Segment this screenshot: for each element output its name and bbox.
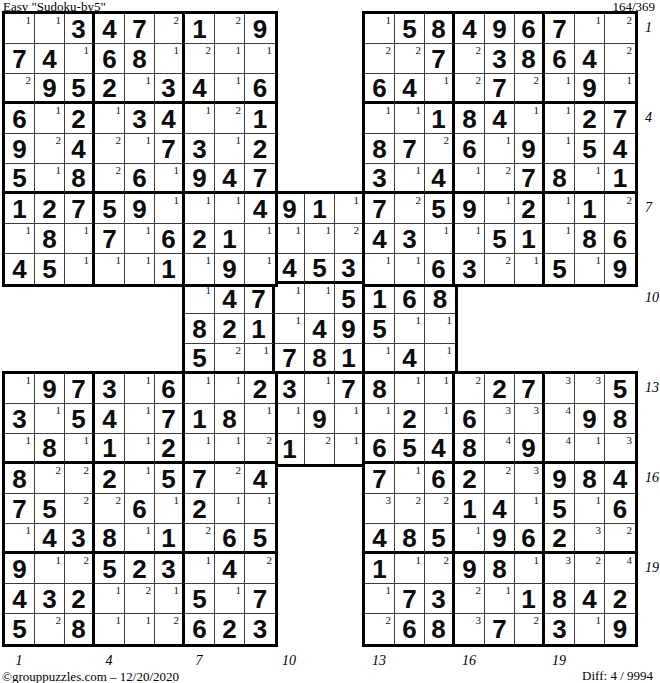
cell-r2c16[interactable]: 2: [455, 44, 485, 74]
cell-r13c20[interactable]: 3: [575, 374, 605, 404]
cell-r10c10[interactable]: 1: [275, 284, 305, 314]
cell-r1c2[interactable]: 1: [35, 14, 65, 44]
cell-r7c11[interactable]: 1: [305, 194, 335, 224]
cell-r14c21[interactable]: 8: [605, 404, 635, 434]
cell-r7c1[interactable]: 1: [5, 194, 35, 224]
cell-r21c1[interactable]: 5: [5, 614, 35, 644]
cell-r5c18[interactable]: 9: [515, 134, 545, 164]
cell-r14c2[interactable]: 1: [35, 404, 65, 434]
cell-r6c13[interactable]: 3: [365, 164, 395, 194]
cell-r13c2[interactable]: 9: [35, 374, 65, 404]
cell-r7c20[interactable]: 1: [575, 194, 605, 224]
cell-r2c21[interactable]: 2: [605, 44, 635, 74]
cell-r5c19[interactable]: 1: [545, 134, 575, 164]
cell-r2c2[interactable]: 4: [35, 44, 65, 74]
cell-r8c20[interactable]: 8: [575, 224, 605, 254]
cell-r12c12[interactable]: 1: [335, 344, 365, 374]
cell-r14c19[interactable]: 4: [545, 404, 575, 434]
cell-r13c4[interactable]: 3: [95, 374, 125, 404]
cell-r19c5[interactable]: 2: [125, 554, 155, 584]
cell-r8c5[interactable]: 1: [125, 224, 155, 254]
cell-r1c21[interactable]: 2: [605, 14, 635, 44]
cell-r17c4[interactable]: 2: [95, 494, 125, 524]
cell-r21c5[interactable]: 1: [125, 614, 155, 644]
cell-r6c7[interactable]: 9: [185, 164, 215, 194]
cell-r9c9[interactable]: 1: [245, 254, 275, 284]
cell-r9c16[interactable]: 3: [455, 254, 485, 284]
cell-r5c14[interactable]: 7: [395, 134, 425, 164]
cell-r20c18[interactable]: 1: [515, 584, 545, 614]
cell-r15c16[interactable]: 8: [455, 434, 485, 464]
cell-r8c13[interactable]: 4: [365, 224, 395, 254]
cell-r12c8[interactable]: 2: [215, 344, 245, 374]
cell-r17c18[interactable]: 1: [515, 494, 545, 524]
cell-r15c19[interactable]: 4: [545, 434, 575, 464]
cell-r15c8[interactable]: 1: [215, 434, 245, 464]
cell-r14c10[interactable]: 1: [275, 404, 305, 434]
cell-r6c19[interactable]: 8: [545, 164, 575, 194]
cell-r7c17[interactable]: 1: [485, 194, 515, 224]
cell-r1c5[interactable]: 7: [125, 14, 155, 44]
cell-r16c5[interactable]: 1: [125, 464, 155, 494]
cell-r16c3[interactable]: 2: [65, 464, 95, 494]
cell-r20c9[interactable]: 7: [245, 584, 275, 614]
cell-r17c14[interactable]: 2: [395, 494, 425, 524]
cell-r12c7[interactable]: 5: [185, 344, 215, 374]
cell-r4c6[interactable]: 4: [155, 104, 185, 134]
cell-r14c5[interactable]: 1: [125, 404, 155, 434]
cell-r7c19[interactable]: 1: [545, 194, 575, 224]
cell-r21c7[interactable]: 6: [185, 614, 215, 644]
cell-r2c14[interactable]: 2: [395, 44, 425, 74]
cell-r13c13[interactable]: 8: [365, 374, 395, 404]
cell-r18c3[interactable]: 3: [65, 524, 95, 554]
cell-r5c5[interactable]: 1: [125, 134, 155, 164]
cell-r3c19[interactable]: 1: [545, 74, 575, 104]
cell-r2c5[interactable]: 8: [125, 44, 155, 74]
cell-r14c20[interactable]: 9: [575, 404, 605, 434]
cell-r18c18[interactable]: 6: [515, 524, 545, 554]
cell-r14c8[interactable]: 8: [215, 404, 245, 434]
cell-r4c19[interactable]: 1: [545, 104, 575, 134]
cell-r3c17[interactable]: 7: [485, 74, 515, 104]
cell-r18c8[interactable]: 6: [215, 524, 245, 554]
cell-r9c12[interactable]: 3: [335, 254, 365, 284]
cell-r18c13[interactable]: 4: [365, 524, 395, 554]
cell-r7c18[interactable]: 2: [515, 194, 545, 224]
cell-r5c9[interactable]: 2: [245, 134, 275, 164]
cell-r15c2[interactable]: 8: [35, 434, 65, 464]
cell-r15c20[interactable]: 1: [575, 434, 605, 464]
cell-r1c13[interactable]: 1: [365, 14, 395, 44]
cell-r13c21[interactable]: 5: [605, 374, 635, 404]
cell-r7c8[interactable]: 1: [215, 194, 245, 224]
cell-r1c4[interactable]: 4: [95, 14, 125, 44]
cell-r17c21[interactable]: 6: [605, 494, 635, 524]
cell-r17c15[interactable]: 2: [425, 494, 455, 524]
cell-r11c13[interactable]: 5: [365, 314, 395, 344]
cell-r14c18[interactable]: 3: [515, 404, 545, 434]
cell-r15c3[interactable]: 1: [65, 434, 95, 464]
cell-r9c7[interactable]: 1: [185, 254, 215, 284]
cell-r17c20[interactable]: 1: [575, 494, 605, 524]
cell-r17c1[interactable]: 7: [5, 494, 35, 524]
cell-r19c4[interactable]: 5: [95, 554, 125, 584]
cell-r5c13[interactable]: 8: [365, 134, 395, 164]
cell-r14c7[interactable]: 1: [185, 404, 215, 434]
cell-r21c8[interactable]: 2: [215, 614, 245, 644]
cell-r7c21[interactable]: 2: [605, 194, 635, 224]
cell-r5c7[interactable]: 3: [185, 134, 215, 164]
cell-r17c6[interactable]: 1: [155, 494, 185, 524]
cell-r13c17[interactable]: 2: [485, 374, 515, 404]
cell-r2c19[interactable]: 6: [545, 44, 575, 74]
cell-r7c6[interactable]: 1: [155, 194, 185, 224]
cell-r2c17[interactable]: 3: [485, 44, 515, 74]
cell-r19c2[interactable]: 1: [35, 554, 65, 584]
cell-r19c16[interactable]: 9: [455, 554, 485, 584]
cell-r12c15[interactable]: 1: [425, 344, 455, 374]
cell-r19c9[interactable]: 2: [245, 554, 275, 584]
cell-r16c21[interactable]: 4: [605, 464, 635, 494]
cell-r15c18[interactable]: 9: [515, 434, 545, 464]
cell-r9c13[interactable]: 1: [365, 254, 395, 284]
cell-r6c20[interactable]: 1: [575, 164, 605, 194]
cell-r10c12[interactable]: 5: [335, 284, 365, 314]
cell-r1c3[interactable]: 3: [65, 14, 95, 44]
cell-r3c5[interactable]: 1: [125, 74, 155, 104]
cell-r5c3[interactable]: 4: [65, 134, 95, 164]
cell-r18c9[interactable]: 5: [245, 524, 275, 554]
cell-r14c14[interactable]: 2: [395, 404, 425, 434]
cell-r19c20[interactable]: 2: [575, 554, 605, 584]
cell-r9c6[interactable]: 1: [155, 254, 185, 284]
cell-r4c2[interactable]: 1: [35, 104, 65, 134]
cell-r20c13[interactable]: 1: [365, 584, 395, 614]
cell-r3c1[interactable]: 2: [5, 74, 35, 104]
cell-r15c5[interactable]: 1: [125, 434, 155, 464]
cell-r20c4[interactable]: 1: [95, 584, 125, 614]
cell-r16c1[interactable]: 8: [5, 464, 35, 494]
cell-r14c17[interactable]: 3: [485, 404, 515, 434]
cell-r8c2[interactable]: 8: [35, 224, 65, 254]
cell-r9c15[interactable]: 6: [425, 254, 455, 284]
cell-r4c21[interactable]: 7: [605, 104, 635, 134]
cell-r8c3[interactable]: 1: [65, 224, 95, 254]
cell-r4c15[interactable]: 1: [425, 104, 455, 134]
cell-r20c15[interactable]: 3: [425, 584, 455, 614]
cell-r4c9[interactable]: 1: [245, 104, 275, 134]
cell-r11c10[interactable]: 1: [275, 314, 305, 344]
cell-r1c18[interactable]: 6: [515, 14, 545, 44]
cell-r3c2[interactable]: 9: [35, 74, 65, 104]
cell-r9c18[interactable]: 1: [515, 254, 545, 284]
cell-r18c2[interactable]: 4: [35, 524, 65, 554]
cell-r14c11[interactable]: 9: [305, 404, 335, 434]
cell-r3c21[interactable]: 1: [605, 74, 635, 104]
cell-r14c3[interactable]: 5: [65, 404, 95, 434]
cell-r18c1[interactable]: 1: [5, 524, 35, 554]
cell-r11c8[interactable]: 2: [215, 314, 245, 344]
cell-r5c2[interactable]: 2: [35, 134, 65, 164]
cell-r18c17[interactable]: 9: [485, 524, 515, 554]
cell-r15c6[interactable]: 2: [155, 434, 185, 464]
cell-r5c20[interactable]: 5: [575, 134, 605, 164]
cell-r3c7[interactable]: 4: [185, 74, 215, 104]
cell-r20c19[interactable]: 8: [545, 584, 575, 614]
cell-r16c2[interactable]: 2: [35, 464, 65, 494]
cell-r4c7[interactable]: 1: [185, 104, 215, 134]
cell-r4c8[interactable]: 2: [215, 104, 245, 134]
cell-r18c21[interactable]: 2: [605, 524, 635, 554]
cell-r2c9[interactable]: 1: [245, 44, 275, 74]
cell-r4c4[interactable]: 1: [95, 104, 125, 134]
cell-r5c1[interactable]: 9: [5, 134, 35, 164]
cell-r19c19[interactable]: 3: [545, 554, 575, 584]
cell-r20c2[interactable]: 3: [35, 584, 65, 614]
cell-r4c13[interactable]: 1: [365, 104, 395, 134]
cell-r16c14[interactable]: 1: [395, 464, 425, 494]
cell-r19c18[interactable]: 1: [515, 554, 545, 584]
cell-r21c9[interactable]: 3: [245, 614, 275, 644]
cell-r2c6[interactable]: 1: [155, 44, 185, 74]
cell-r10c11[interactable]: 1: [305, 284, 335, 314]
cell-r4c20[interactable]: 2: [575, 104, 605, 134]
cell-r16c20[interactable]: 8: [575, 464, 605, 494]
cell-r6c1[interactable]: 5: [5, 164, 35, 194]
cell-r17c3[interactable]: 2: [65, 494, 95, 524]
cell-r6c17[interactable]: 2: [485, 164, 515, 194]
cell-r19c17[interactable]: 8: [485, 554, 515, 584]
cell-r13c8[interactable]: 1: [215, 374, 245, 404]
cell-r16c7[interactable]: 7: [185, 464, 215, 494]
cell-r7c10[interactable]: 9: [275, 194, 305, 224]
cell-r5c15[interactable]: 2: [425, 134, 455, 164]
cell-r9c3[interactable]: 1: [65, 254, 95, 284]
cell-r16c8[interactable]: 2: [215, 464, 245, 494]
cell-r12c14[interactable]: 4: [395, 344, 425, 374]
cell-r4c5[interactable]: 3: [125, 104, 155, 134]
cell-r21c3[interactable]: 8: [65, 614, 95, 644]
cell-r5c17[interactable]: 1: [485, 134, 515, 164]
cell-r21c2[interactable]: 2: [35, 614, 65, 644]
cell-r6c14[interactable]: 1: [395, 164, 425, 194]
cell-r19c21[interactable]: 4: [605, 554, 635, 584]
cell-r3c18[interactable]: 2: [515, 74, 545, 104]
cell-r17c2[interactable]: 5: [35, 494, 65, 524]
cell-r7c3[interactable]: 7: [65, 194, 95, 224]
cell-r1c14[interactable]: 5: [395, 14, 425, 44]
cell-r9c4[interactable]: 1: [95, 254, 125, 284]
cell-r18c5[interactable]: 1: [125, 524, 155, 554]
cell-r15c12[interactable]: 1: [335, 434, 365, 464]
cell-r20c21[interactable]: 2: [605, 584, 635, 614]
cell-r9c17[interactable]: 2: [485, 254, 515, 284]
cell-r6c15[interactable]: 4: [425, 164, 455, 194]
cell-r8c9[interactable]: 1: [245, 224, 275, 254]
cell-r9c20[interactable]: 1: [575, 254, 605, 284]
cell-r14c1[interactable]: 3: [5, 404, 35, 434]
cell-r18c16[interactable]: 1: [455, 524, 485, 554]
cell-r2c13[interactable]: 2: [365, 44, 395, 74]
cell-r13c5[interactable]: 1: [125, 374, 155, 404]
cell-r8c10[interactable]: 1: [275, 224, 305, 254]
cell-r16c17[interactable]: 2: [485, 464, 515, 494]
cell-r7c2[interactable]: 2: [35, 194, 65, 224]
cell-r21c20[interactable]: 1: [575, 614, 605, 644]
cell-r7c16[interactable]: 9: [455, 194, 485, 224]
cell-r3c8[interactable]: 1: [215, 74, 245, 104]
cell-r11c11[interactable]: 4: [305, 314, 335, 344]
cell-r21c19[interactable]: 3: [545, 614, 575, 644]
cell-r4c1[interactable]: 6: [5, 104, 35, 134]
cell-r7c4[interactable]: 5: [95, 194, 125, 224]
cell-r10c15[interactable]: 8: [425, 284, 455, 314]
cell-r13c16[interactable]: 2: [455, 374, 485, 404]
cell-r7c5[interactable]: 9: [125, 194, 155, 224]
cell-r6c18[interactable]: 7: [515, 164, 545, 194]
cell-r2c4[interactable]: 6: [95, 44, 125, 74]
cell-r16c19[interactable]: 9: [545, 464, 575, 494]
cell-r13c12[interactable]: 7: [335, 374, 365, 404]
cell-r17c13[interactable]: 3: [365, 494, 395, 524]
cell-r9c11[interactable]: 5: [305, 254, 335, 284]
cell-r3c9[interactable]: 6: [245, 74, 275, 104]
cell-r6c3[interactable]: 8: [65, 164, 95, 194]
cell-r11c14[interactable]: 1: [395, 314, 425, 344]
cell-r18c19[interactable]: 2: [545, 524, 575, 554]
cell-r10c7[interactable]: 1: [185, 284, 215, 314]
cell-r7c15[interactable]: 5: [425, 194, 455, 224]
cell-r8c14[interactable]: 3: [395, 224, 425, 254]
cell-r7c12[interactable]: 1: [335, 194, 365, 224]
cell-r21c13[interactable]: 2: [365, 614, 395, 644]
cell-r12c11[interactable]: 8: [305, 344, 335, 374]
cell-r15c4[interactable]: 1: [95, 434, 125, 464]
cell-r16c4[interactable]: 2: [95, 464, 125, 494]
cell-r14c15[interactable]: 1: [425, 404, 455, 434]
cell-r13c3[interactable]: 7: [65, 374, 95, 404]
cell-r19c13[interactable]: 1: [365, 554, 395, 584]
cell-r7c14[interactable]: 2: [395, 194, 425, 224]
cell-r6c4[interactable]: 2: [95, 164, 125, 194]
cell-r1c17[interactable]: 9: [485, 14, 515, 44]
cell-r21c4[interactable]: 1: [95, 614, 125, 644]
cell-r19c7[interactable]: 1: [185, 554, 215, 584]
cell-r18c20[interactable]: 3: [575, 524, 605, 554]
cell-r13c11[interactable]: 1: [305, 374, 335, 404]
cell-r20c17[interactable]: 1: [485, 584, 515, 614]
cell-r3c4[interactable]: 2: [95, 74, 125, 104]
cell-r19c15[interactable]: 2: [425, 554, 455, 584]
cell-r18c15[interactable]: 5: [425, 524, 455, 554]
cell-r2c7[interactable]: 2: [185, 44, 215, 74]
cell-r17c16[interactable]: 1: [455, 494, 485, 524]
cell-r21c16[interactable]: 3: [455, 614, 485, 644]
cell-r9c21[interactable]: 9: [605, 254, 635, 284]
cell-r15c7[interactable]: 1: [185, 434, 215, 464]
cell-r18c7[interactable]: 2: [185, 524, 215, 554]
cell-r4c3[interactable]: 2: [65, 104, 95, 134]
cell-r3c14[interactable]: 4: [395, 74, 425, 104]
cell-r1c16[interactable]: 4: [455, 14, 485, 44]
cell-r6c2[interactable]: 1: [35, 164, 65, 194]
cell-r16c13[interactable]: 7: [365, 464, 395, 494]
cell-r17c8[interactable]: 1: [215, 494, 245, 524]
cell-r16c15[interactable]: 6: [425, 464, 455, 494]
cell-r3c15[interactable]: 1: [425, 74, 455, 104]
cell-r3c20[interactable]: 9: [575, 74, 605, 104]
cell-r8c16[interactable]: 1: [455, 224, 485, 254]
cell-r15c11[interactable]: 2: [305, 434, 335, 464]
cell-r2c15[interactable]: 7: [425, 44, 455, 74]
cell-r10c9[interactable]: 7: [245, 284, 275, 314]
cell-r15c9[interactable]: 2: [245, 434, 275, 464]
cell-r8c19[interactable]: 1: [545, 224, 575, 254]
cell-r20c3[interactable]: 2: [65, 584, 95, 614]
cell-r4c18[interactable]: 1: [515, 104, 545, 134]
cell-r19c14[interactable]: 1: [395, 554, 425, 584]
cell-r1c6[interactable]: 2: [155, 14, 185, 44]
cell-r15c15[interactable]: 4: [425, 434, 455, 464]
cell-r10c8[interactable]: 4: [215, 284, 245, 314]
cell-r10c14[interactable]: 6: [395, 284, 425, 314]
cell-r1c7[interactable]: 1: [185, 14, 215, 44]
cell-r5c8[interactable]: 1: [215, 134, 245, 164]
cell-r1c8[interactable]: 2: [215, 14, 245, 44]
cell-r21c6[interactable]: 2: [155, 614, 185, 644]
cell-r4c16[interactable]: 8: [455, 104, 485, 134]
cell-r1c15[interactable]: 8: [425, 14, 455, 44]
cell-r4c17[interactable]: 4: [485, 104, 515, 134]
cell-r14c12[interactable]: 1: [335, 404, 365, 434]
cell-r15c17[interactable]: 4: [485, 434, 515, 464]
cell-r8c7[interactable]: 2: [185, 224, 215, 254]
cell-r20c7[interactable]: 5: [185, 584, 215, 614]
cell-r8c17[interactable]: 5: [485, 224, 515, 254]
cell-r21c14[interactable]: 6: [395, 614, 425, 644]
cell-r6c8[interactable]: 4: [215, 164, 245, 194]
cell-r2c18[interactable]: 8: [515, 44, 545, 74]
cell-r7c7[interactable]: 1: [185, 194, 215, 224]
cell-r9c14[interactable]: 1: [395, 254, 425, 284]
cell-r8c6[interactable]: 6: [155, 224, 185, 254]
cell-r9c10[interactable]: 4: [275, 254, 305, 284]
cell-r11c12[interactable]: 9: [335, 314, 365, 344]
cell-r1c20[interactable]: 1: [575, 14, 605, 44]
cell-r1c9[interactable]: 9: [245, 14, 275, 44]
cell-r6c5[interactable]: 6: [125, 164, 155, 194]
cell-r15c10[interactable]: 1: [275, 434, 305, 464]
cell-r13c9[interactable]: 2: [245, 374, 275, 404]
cell-r8c4[interactable]: 7: [95, 224, 125, 254]
cell-r20c8[interactable]: 1: [215, 584, 245, 614]
cell-r17c17[interactable]: 4: [485, 494, 515, 524]
cell-r5c16[interactable]: 6: [455, 134, 485, 164]
cell-r8c12[interactable]: 2: [335, 224, 365, 254]
cell-r6c16[interactable]: 1: [455, 164, 485, 194]
cell-r15c13[interactable]: 6: [365, 434, 395, 464]
cell-r15c1[interactable]: 1: [5, 434, 35, 464]
cell-r16c16[interactable]: 2: [455, 464, 485, 494]
cell-r2c20[interactable]: 4: [575, 44, 605, 74]
cell-r8c1[interactable]: 1: [5, 224, 35, 254]
cell-r21c17[interactable]: 7: [485, 614, 515, 644]
cell-r13c7[interactable]: 1: [185, 374, 215, 404]
cell-r8c18[interactable]: 1: [515, 224, 545, 254]
cell-r14c13[interactable]: 1: [365, 404, 395, 434]
cell-r13c18[interactable]: 7: [515, 374, 545, 404]
